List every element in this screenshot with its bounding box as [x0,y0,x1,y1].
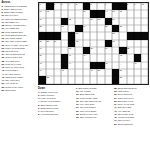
black-cell [134,32,141,39]
white-cell[interactable] [134,18,141,25]
black-cell [134,54,141,61]
cell-number: 35 [69,47,71,49]
white-cell[interactable] [54,47,61,54]
clue-number: 6. [2,8,4,10]
cell-number: 18 [69,18,71,20]
white-cell[interactable] [134,40,141,47]
clue-number: 45. [2,76,6,78]
white-cell[interactable] [105,76,112,83]
cell-number: 48 [61,69,63,71]
clue-number: 15. [76,100,80,102]
white-cell[interactable] [68,25,75,32]
clue-number: 49. [114,119,118,121]
white-cell[interactable]: 34 [39,47,46,54]
white-cell[interactable]: 41 [83,54,90,61]
black-cell [112,69,119,76]
white-cell[interactable]: 30 [46,40,53,47]
white-cell[interactable] [127,10,134,17]
black-cell [46,32,53,39]
black-cell [61,54,68,61]
clue-number: 41. [114,106,118,108]
cell-number: 10 [142,3,144,5]
white-cell[interactable] [105,69,112,76]
cell-number: 9 [134,3,135,5]
cell-number: 41 [83,54,85,56]
cell-number: 31 [54,40,56,42]
white-cell[interactable] [134,47,141,54]
cell-number: 25 [105,25,107,27]
cell-number: 30 [47,40,49,42]
white-cell[interactable]: 4 [68,3,75,10]
clue-number: 1. [38,91,40,93]
white-cell[interactable] [119,40,126,47]
white-cell[interactable]: 17 [39,18,46,25]
down-clue-column-2: 9. Bird heard at night10. Use a chair12.… [76,87,112,119]
cell-number: 3 [61,3,62,5]
white-cell[interactable] [83,69,90,76]
cell-number: 33 [112,40,114,42]
white-cell[interactable]: 50 [97,69,104,76]
white-cell[interactable]: 24 [83,25,90,32]
white-cell[interactable] [127,76,134,83]
clue-number: 4. [38,100,40,102]
clue-number: 2. [2,5,4,7]
white-cell[interactable] [127,40,134,47]
cell-number: 22 [39,25,41,27]
cell-number: 44 [69,62,71,64]
white-cell[interactable] [141,18,148,25]
white-cell[interactable]: 29 [39,40,46,47]
clue-number: 12. [76,93,80,95]
white-cell[interactable]: 32 [75,40,82,47]
white-cell[interactable]: 26 [119,25,126,32]
black-cell [54,32,61,39]
white-cell[interactable]: 40 [68,54,75,61]
white-cell[interactable]: 18 [68,18,75,25]
white-cell[interactable]: 21 [112,18,119,25]
cell-number: 16 [120,10,122,12]
white-cell[interactable] [112,47,119,54]
white-cell[interactable] [46,25,53,32]
clue-item: 25. Take a quick look [76,116,112,119]
white-cell[interactable]: 42 [119,54,126,61]
clue-number: 22. [2,31,6,33]
clue-item: 53. Small child [2,89,38,92]
black-cell [90,62,97,69]
cell-number: 8 [127,3,128,5]
white-cell[interactable]: 9 [134,3,141,10]
white-cell[interactable]: 13 [83,10,90,17]
clue-number: 9. [76,87,78,89]
black-cell [105,40,112,47]
white-cell[interactable] [75,69,82,76]
clue-number: 11. [2,14,6,16]
black-cell [112,3,119,10]
white-cell[interactable] [68,76,75,83]
white-cell[interactable] [75,76,82,83]
white-cell[interactable] [68,69,75,76]
white-cell[interactable] [119,62,126,69]
cell-number: 17 [39,18,41,20]
across-clue-list: Across 2. Wading bird of marshes6. Stick… [2,1,38,92]
white-cell[interactable] [127,62,134,69]
cell-number: 43 [39,62,41,64]
white-cell[interactable]: 8 [127,3,134,10]
black-cell [39,32,46,39]
clue-number: 34. [2,53,6,55]
white-cell[interactable]: 19 [90,18,97,25]
down-header: Down [38,87,74,90]
white-cell[interactable] [90,76,97,83]
white-cell[interactable] [54,69,61,76]
white-cell[interactable]: 53 [119,76,126,83]
white-cell[interactable] [54,62,61,69]
clue-number: 46. [114,113,118,115]
clue-number: 32. [2,47,6,49]
cell-number: 39 [39,54,41,56]
white-cell[interactable]: 11 [39,10,46,17]
white-cell[interactable] [97,54,104,61]
across-header: Across [2,1,38,4]
white-cell[interactable] [97,40,104,47]
clue-number: 8. [38,113,40,115]
white-cell[interactable] [141,47,148,54]
cell-number: 4 [69,3,70,5]
white-cell[interactable] [61,47,68,54]
white-cell[interactable]: 28 [112,32,119,39]
clue-number: 27. [2,40,6,42]
white-cell[interactable]: 7 [105,3,112,10]
white-cell[interactable] [97,76,104,83]
clue-number: 3. [38,97,40,99]
clue-number: 18. [2,24,6,26]
white-cell[interactable] [127,18,134,25]
cell-number: 27 [76,32,78,34]
white-cell[interactable] [134,10,141,17]
white-cell[interactable]: 45 [105,62,112,69]
black-cell [83,47,90,54]
clue-number: 24. [2,34,6,36]
white-cell[interactable] [61,10,68,17]
cell-number: 7 [105,3,106,5]
clue-number: 19. [76,106,80,108]
clue-number: 53. [2,89,6,91]
white-cell[interactable] [134,76,141,83]
white-cell[interactable]: 38 [127,47,134,54]
cell-number: 24 [83,25,85,27]
cell-number: 29 [39,40,41,42]
white-cell[interactable] [46,62,53,69]
white-cell[interactable]: 49 [90,69,97,76]
cell-number: 51 [120,69,122,71]
white-cell[interactable] [83,18,90,25]
white-cell[interactable]: 33 [112,40,119,47]
white-cell[interactable] [61,76,68,83]
white-cell[interactable]: 47 [39,69,46,76]
white-cell[interactable] [61,32,68,39]
clue-number: 28. [114,87,118,89]
clue-number: 31. [114,97,118,99]
cell-number: 46 [134,62,136,64]
cell-number: 13 [83,10,85,12]
white-cell[interactable] [90,54,97,61]
cell-number: 49 [90,69,92,71]
crossword-grid: 1234567891011121314151617181920212223242… [38,2,149,85]
white-cell[interactable] [54,18,61,25]
white-cell[interactable] [105,54,112,61]
white-cell[interactable] [54,54,61,61]
white-cell[interactable] [46,54,53,61]
white-cell[interactable] [112,54,119,61]
white-cell[interactable]: 3 [61,3,68,10]
white-cell[interactable]: 10 [141,3,148,10]
white-cell[interactable] [75,47,82,54]
white-cell[interactable] [112,62,119,69]
white-cell[interactable] [141,54,148,61]
clue-number: 39. [2,63,6,65]
white-cell[interactable] [83,32,90,39]
white-cell[interactable] [127,25,134,32]
white-cell[interactable] [75,10,82,17]
clue-number: 43. [2,69,6,71]
white-cell[interactable]: 27 [75,32,82,39]
white-cell[interactable]: 43 [39,62,46,69]
white-cell[interactable]: 2 [54,3,61,10]
white-cell[interactable] [97,32,104,39]
cell-number: 47 [39,69,41,71]
cell-number: 32 [76,40,78,42]
cell-number: 50 [98,69,100,71]
white-cell[interactable] [90,25,97,32]
white-cell[interactable] [141,76,148,83]
white-cell[interactable]: 15 [112,10,119,17]
black-cell [61,62,68,69]
white-cell[interactable] [134,25,141,32]
white-cell[interactable] [141,69,148,76]
white-cell[interactable] [97,3,104,10]
white-cell[interactable] [134,69,141,76]
clue-number: 35. [114,100,118,102]
white-cell[interactable] [141,62,148,69]
clue-number: 13. [76,97,80,99]
black-cell [46,3,53,10]
white-cell[interactable] [83,40,90,47]
black-cell [112,76,119,83]
white-cell[interactable]: 5 [75,3,82,10]
white-cell[interactable]: 1 [39,3,46,10]
clue-number: 33. [2,50,6,52]
white-cell[interactable] [97,47,104,54]
cell-number: 11 [39,10,41,12]
down-clue-column-3: 28. Small smooth stone29. Fast runner30.… [114,87,150,126]
clue-number: 51. [2,82,6,84]
white-cell[interactable]: 48 [61,69,68,76]
clue-number: 5. [38,104,40,106]
white-cell[interactable] [54,76,61,83]
clue-number: 10. [76,90,80,92]
clue-number: 47. [2,79,6,81]
cell-number: 5 [76,3,77,5]
clue-item: 8. Hot drink with milk [38,113,74,116]
clue-number: 44. [2,73,6,75]
black-cell [90,10,97,17]
white-cell[interactable]: 16 [119,10,126,17]
down-clue-column-1: Down 1. Grassy open field2. Make a choic… [38,87,74,117]
cell-number: 6 [90,3,91,5]
cell-number: 42 [120,54,122,56]
cell-number: 15 [112,10,114,12]
white-cell[interactable]: 44 [68,62,75,69]
black-cell [119,3,126,10]
black-cell [97,62,104,69]
clue-number: 8. [2,11,4,13]
black-cell [68,32,75,39]
white-cell[interactable]: 25 [105,25,112,32]
clue-number: 37. [114,103,118,105]
clue-number: 29. [114,90,118,92]
white-cell[interactable] [46,47,53,54]
white-cell[interactable] [127,69,134,76]
cell-number: 2 [54,3,55,5]
clue-number: 40. [2,66,6,68]
clue-number: 29. [2,44,6,46]
crossword-page: Across 2. Wading bird of marshes6. Stick… [0,0,150,150]
white-cell[interactable] [105,32,112,39]
clue-number: 30. [114,93,118,95]
black-cell [39,76,46,83]
white-cell[interactable]: 37 [105,47,112,54]
clue-number: 26. [2,37,6,39]
cell-number: 28 [112,32,114,34]
white-cell[interactable]: 52 [46,76,53,83]
clue-number: 23. [76,113,80,115]
black-cell [68,40,75,47]
clue-number: 25. [76,116,80,118]
white-cell[interactable] [61,40,68,47]
clue-number: 42. [114,110,118,112]
cell-number: 53 [120,76,122,78]
white-cell[interactable]: 39 [39,54,46,61]
white-cell[interactable] [68,10,75,17]
white-cell[interactable] [141,25,148,32]
cell-number: 23 [61,25,63,27]
cell-number: 52 [47,76,49,78]
clue-number: 52. [2,86,6,88]
white-cell[interactable] [46,69,53,76]
clue-number: 21. [2,27,6,29]
cell-number: 21 [112,18,114,20]
cell-number: 38 [127,47,129,49]
clue-number: 16. [76,103,80,105]
cell-number: 14 [105,10,107,12]
cell-number: 20 [98,18,100,20]
white-cell[interactable] [141,40,148,47]
clue-number: 48. [114,116,118,118]
white-cell[interactable] [75,18,82,25]
white-cell[interactable]: 36 [90,47,97,54]
cell-number: 12 [47,10,49,12]
clue-item: 50. Small light boat [114,123,150,126]
black-cell [141,32,148,39]
black-cell [83,3,90,10]
white-cell[interactable] [54,25,61,32]
clue-number: 7. [38,110,40,112]
white-cell[interactable] [90,40,97,47]
cell-number: 36 [90,47,92,49]
black-cell [112,25,119,32]
clue-number: 2. [38,94,40,96]
white-cell[interactable]: 22 [39,25,46,32]
black-cell [75,25,82,32]
white-cell[interactable]: 31 [54,40,61,47]
cell-number: 1 [39,3,40,5]
clue-number: 38. [2,60,6,62]
clue-number: 20. [76,110,80,112]
white-cell[interactable]: 46 [134,62,141,69]
white-cell[interactable] [127,54,134,61]
white-cell[interactable] [97,25,104,32]
black-cell [105,18,112,25]
white-cell[interactable] [46,18,53,25]
white-cell[interactable]: 51 [119,69,126,76]
white-cell[interactable]: 35 [68,47,75,54]
cell-number: 34 [39,47,41,49]
cell-number: 26 [120,25,122,27]
cell-number: 37 [105,47,107,49]
clue-number: 50. [114,123,118,125]
cell-number: 40 [69,54,71,56]
white-cell[interactable] [119,32,126,39]
clue-number: 17. [2,21,6,23]
cell-number: 45 [105,62,107,64]
black-cell [127,32,134,39]
white-cell[interactable]: 14 [105,10,112,17]
white-cell[interactable] [141,10,148,17]
black-cell [61,18,68,25]
black-cell [119,47,126,54]
clue-number: 14. [2,18,6,20]
white-cell[interactable]: 23 [61,25,68,32]
white-cell[interactable] [83,76,90,83]
white-cell[interactable] [75,62,82,69]
cell-number: 19 [90,18,92,20]
black-cell [97,10,104,17]
white-cell[interactable] [75,54,82,61]
white-cell[interactable]: 20 [97,18,104,25]
white-cell[interactable] [119,18,126,25]
white-cell[interactable] [83,62,90,69]
white-cell[interactable] [54,10,61,17]
white-cell[interactable] [90,32,97,39]
clue-number: 36. [2,56,6,58]
white-cell[interactable]: 12 [46,10,53,17]
white-cell[interactable]: 6 [90,3,97,10]
clue-number: 6. [38,107,40,109]
